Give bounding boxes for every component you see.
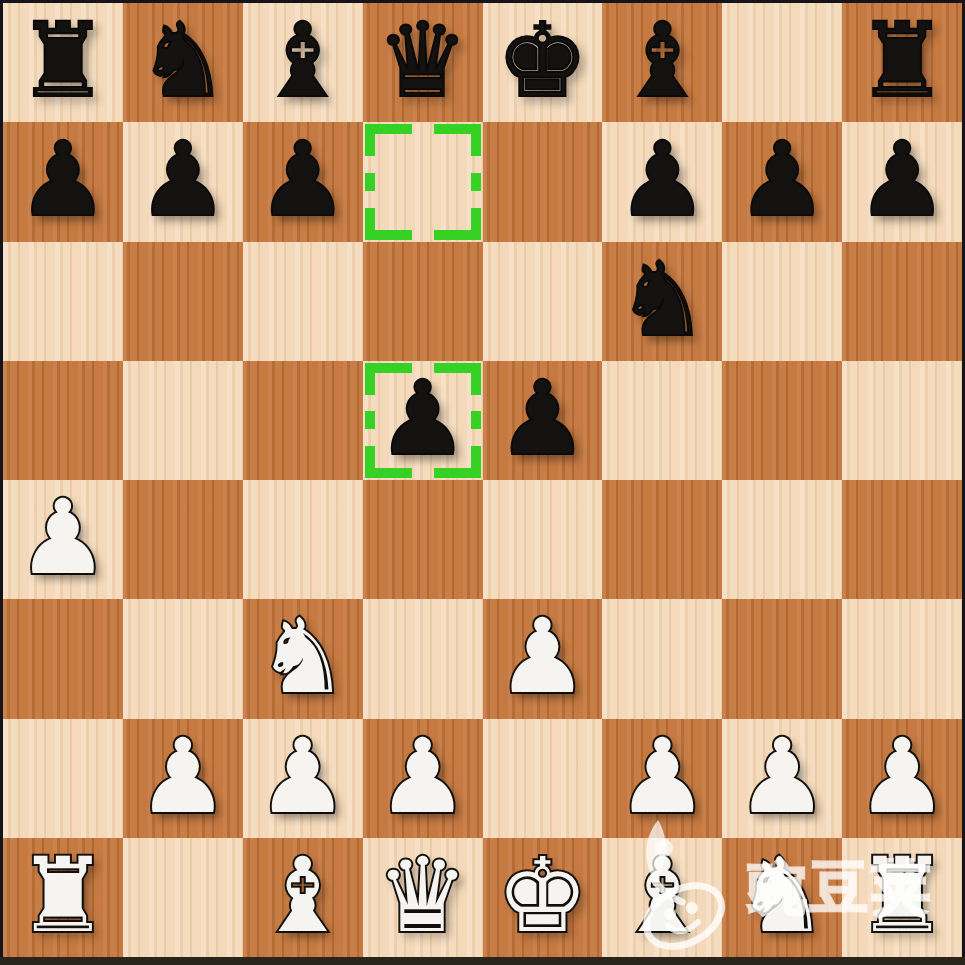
square-c2[interactable]: ♟: [243, 719, 363, 838]
black-pawn-piece: ♟: [376, 367, 468, 470]
square-h4[interactable]: [842, 480, 962, 599]
square-b2[interactable]: ♟: [123, 719, 243, 838]
square-g6[interactable]: [722, 242, 842, 361]
square-e7[interactable]: [483, 122, 603, 241]
black-pawn-piece: ♟: [257, 128, 349, 231]
white-rook-piece: ♜: [856, 844, 948, 947]
square-c7[interactable]: ♟: [243, 122, 363, 241]
white-pawn-piece: ♟: [856, 725, 948, 828]
square-h1[interactable]: ♜: [842, 838, 962, 957]
white-pawn-piece: ♟: [17, 486, 109, 589]
board-frame: ♜♞♝♛♚♝♜♟♟♟♟♟♟♞♟♟♟♞♟♟♟♟♟♟♟♜♝♛♚♝♞♜: [0, 0, 965, 965]
black-pawn-piece: ♟: [496, 367, 588, 470]
black-pawn-piece: ♟: [616, 128, 708, 231]
square-g8[interactable]: [722, 3, 842, 122]
square-a7[interactable]: ♟: [3, 122, 123, 241]
square-d1[interactable]: ♛: [363, 838, 483, 957]
square-c3[interactable]: ♞: [243, 599, 363, 718]
white-rook-piece: ♜: [17, 844, 109, 947]
square-b6[interactable]: [123, 242, 243, 361]
black-pawn-piece: ♟: [137, 128, 229, 231]
square-b3[interactable]: [123, 599, 243, 718]
black-queen-piece: ♛: [376, 9, 468, 112]
square-a1[interactable]: ♜: [3, 838, 123, 957]
black-pawn-piece: ♟: [736, 128, 828, 231]
square-g4[interactable]: [722, 480, 842, 599]
white-bishop-piece: ♝: [616, 844, 708, 947]
square-h7[interactable]: ♟: [842, 122, 962, 241]
white-pawn-piece: ♟: [376, 725, 468, 828]
square-a8[interactable]: ♜: [3, 3, 123, 122]
white-knight-piece: ♞: [257, 605, 349, 708]
square-d4[interactable]: [363, 480, 483, 599]
white-knight-piece: ♞: [736, 844, 828, 947]
square-b5[interactable]: [123, 361, 243, 480]
square-e2[interactable]: [483, 719, 603, 838]
square-e6[interactable]: [483, 242, 603, 361]
black-king-piece: ♚: [496, 9, 588, 112]
square-b1[interactable]: [123, 838, 243, 957]
square-h2[interactable]: ♟: [842, 719, 962, 838]
square-d3[interactable]: [363, 599, 483, 718]
white-pawn-piece: ♟: [736, 725, 828, 828]
board: ♜♞♝♛♚♝♜♟♟♟♟♟♟♞♟♟♟♞♟♟♟♟♟♟♟♜♝♛♚♝♞♜: [3, 3, 962, 957]
square-a5[interactable]: [3, 361, 123, 480]
white-pawn-piece: ♟: [257, 725, 349, 828]
white-pawn-piece: ♟: [616, 725, 708, 828]
square-g1[interactable]: ♞: [722, 838, 842, 957]
square-f5[interactable]: [602, 361, 722, 480]
square-c5[interactable]: [243, 361, 363, 480]
white-pawn-piece: ♟: [137, 725, 229, 828]
black-rook-piece: ♜: [17, 9, 109, 112]
square-c1[interactable]: ♝: [243, 838, 363, 957]
square-h6[interactable]: [842, 242, 962, 361]
square-g3[interactable]: [722, 599, 842, 718]
square-e8[interactable]: ♚: [483, 3, 603, 122]
chess-app-screen: ♜♞♝♛♚♝♜♟♟♟♟♟♟♞♟♟♟♞♟♟♟♟♟♟♟♜♝♛♚♝♞♜ 豌豆荚: [0, 0, 965, 965]
square-d2[interactable]: ♟: [363, 719, 483, 838]
square-f1[interactable]: ♝: [602, 838, 722, 957]
square-e1[interactable]: ♚: [483, 838, 603, 957]
black-pawn-piece: ♟: [17, 128, 109, 231]
white-queen-piece: ♛: [376, 844, 468, 947]
square-h8[interactable]: ♜: [842, 3, 962, 122]
square-e3[interactable]: ♟: [483, 599, 603, 718]
square-a4[interactable]: ♟: [3, 480, 123, 599]
square-h5[interactable]: [842, 361, 962, 480]
square-b8[interactable]: ♞: [123, 3, 243, 122]
square-c6[interactable]: [243, 242, 363, 361]
white-bishop-piece: ♝: [257, 844, 349, 947]
square-d7[interactable]: [363, 122, 483, 241]
last-move-highlight: [365, 124, 481, 239]
white-pawn-piece: ♟: [496, 605, 588, 708]
square-f8[interactable]: ♝: [602, 3, 722, 122]
square-f2[interactable]: ♟: [602, 719, 722, 838]
square-d8[interactable]: ♛: [363, 3, 483, 122]
square-a3[interactable]: [3, 599, 123, 718]
square-f4[interactable]: [602, 480, 722, 599]
square-c4[interactable]: [243, 480, 363, 599]
letterbox-bottom-bar: [0, 957, 965, 965]
square-d6[interactable]: [363, 242, 483, 361]
black-bishop-piece: ♝: [257, 9, 349, 112]
square-e5[interactable]: ♟: [483, 361, 603, 480]
square-f6[interactable]: ♞: [602, 242, 722, 361]
square-e4[interactable]: [483, 480, 603, 599]
black-knight-piece: ♞: [137, 9, 229, 112]
square-a6[interactable]: [3, 242, 123, 361]
square-f7[interactable]: ♟: [602, 122, 722, 241]
square-b4[interactable]: [123, 480, 243, 599]
square-d5[interactable]: ♟: [363, 361, 483, 480]
black-knight-piece: ♞: [616, 248, 708, 351]
black-rook-piece: ♜: [856, 9, 948, 112]
square-f3[interactable]: [602, 599, 722, 718]
square-b7[interactable]: ♟: [123, 122, 243, 241]
black-bishop-piece: ♝: [616, 9, 708, 112]
square-g5[interactable]: [722, 361, 842, 480]
square-a2[interactable]: [3, 719, 123, 838]
square-g7[interactable]: ♟: [722, 122, 842, 241]
white-king-piece: ♚: [496, 844, 588, 947]
square-h3[interactable]: [842, 599, 962, 718]
square-c8[interactable]: ♝: [243, 3, 363, 122]
black-pawn-piece: ♟: [856, 128, 948, 231]
square-g2[interactable]: ♟: [722, 719, 842, 838]
